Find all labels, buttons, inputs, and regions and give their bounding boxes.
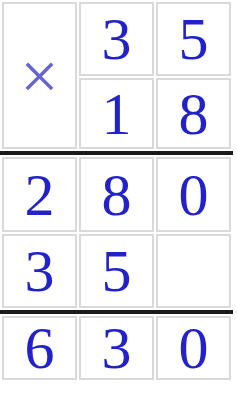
cell-pp1-hundreds: 2 <box>2 157 77 232</box>
cell-pp2-hundreds: 3 <box>2 234 77 308</box>
cell-pp1-tens: 8 <box>79 157 154 232</box>
cell-multiplicand-tens: 3 <box>79 2 154 76</box>
cell-product-tens: 3 <box>79 316 154 380</box>
multiplication-grid: × 3 5 1 8 2 8 0 3 5 6 3 0 <box>0 0 233 382</box>
cell-pp2-ones-empty <box>156 234 231 308</box>
cell-multiplier-ones: 8 <box>156 78 231 149</box>
cell-pp2-tens: 5 <box>79 234 154 308</box>
cell-product-ones: 0 <box>156 316 231 380</box>
multiply-operator-icon: × <box>2 2 77 149</box>
section-rule-bottom <box>0 310 233 314</box>
cell-multiplier-tens: 1 <box>79 78 154 149</box>
section-rule-top <box>0 151 233 155</box>
cell-product-hundreds: 6 <box>2 316 77 380</box>
cell-pp1-ones: 0 <box>156 157 231 232</box>
cell-multiplicand-ones: 5 <box>156 2 231 76</box>
